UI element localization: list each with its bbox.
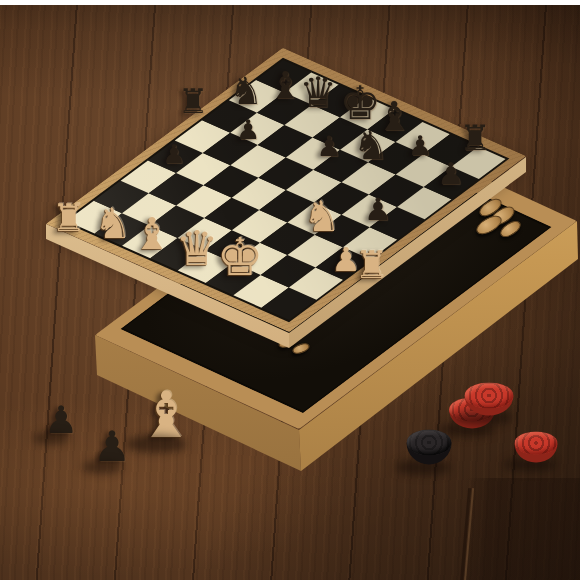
black-rook-a8[interactable]: ♜: [459, 121, 490, 156]
white-bishop-floor-shadow: [126, 435, 187, 453]
black-pawn-e6[interactable]: ♟: [316, 133, 341, 161]
black-knight-h7[interactable]: ♞: [229, 72, 263, 110]
checker-red-top[interactable]: [465, 383, 514, 416]
black-bishop-h8[interactable]: ♝: [268, 67, 301, 104]
white-knight-g1[interactable]: ♞: [94, 203, 132, 245]
black-knight-d7[interactable]: ♞: [353, 125, 389, 165]
black-pawn-floor-1-shadow: [33, 433, 69, 444]
white-bishop-f1[interactable]: ♝: [132, 212, 171, 256]
white-queen-e1[interactable]: ♛: [175, 224, 218, 272]
white-knight-c4[interactable]: ♞: [303, 196, 341, 238]
photo-stage: ♝♞♛♜♚♝♟♜♟♟♞♟♟♟♜♞♞♝♛♟♚♜♟♝♟: [0, 0, 580, 580]
black-queen-g8[interactable]: ♛: [299, 72, 337, 114]
black-pawn-b5[interactable]: ♟: [364, 194, 392, 225]
checker-red-3-top: [515, 432, 558, 455]
black-pawn-h4[interactable]: ♟: [162, 141, 185, 167]
photo-border-top: [0, 0, 580, 5]
black-pawn-c8[interactable]: ♟: [408, 132, 432, 159]
black-king-e8[interactable]: ♚: [339, 80, 380, 126]
black-pawn-g6[interactable]: ♟: [236, 116, 260, 143]
black-pawn-a7[interactable]: ♟: [438, 159, 465, 189]
black-pawn-floor-2-shadow: [82, 461, 122, 473]
white-rook-a2[interactable]: ♜: [355, 246, 389, 284]
black-rook-h6[interactable]: ♜: [178, 84, 208, 118]
checker-black-1-top: [407, 430, 452, 456]
checker-black-1[interactable]: [407, 430, 452, 465]
white-rook-h1[interactable]: ♜: [52, 199, 86, 237]
checker-red-3[interactable]: [515, 432, 558, 463]
white-king-d1[interactable]: ♚: [217, 231, 264, 283]
checker-red-top-top: [465, 383, 514, 409]
